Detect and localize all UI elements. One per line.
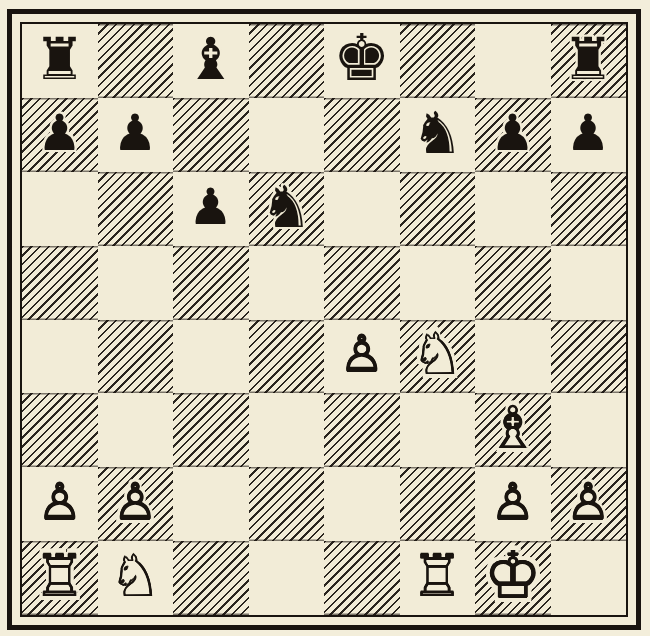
square-d2[interactable] (249, 467, 325, 541)
white-king-icon: ♔ (484, 544, 541, 608)
piece-black-pawn-g7: ♟ (475, 98, 551, 172)
piece-black-pawn-c6: ♟ (173, 172, 249, 246)
square-e7[interactable] (324, 98, 400, 172)
white-knight-icon: ♘ (411, 325, 463, 383)
square-b8[interactable] (98, 24, 174, 98)
square-h2[interactable]: ♟♙ (551, 467, 627, 541)
square-c4[interactable] (173, 320, 249, 394)
black-bishop-icon: ♝ (185, 30, 237, 88)
square-c1[interactable] (173, 541, 249, 615)
square-g8[interactable] (475, 24, 551, 98)
square-c3[interactable] (173, 393, 249, 467)
piece-white-rook-f1: ♜♖ (400, 541, 476, 615)
square-h6[interactable] (551, 172, 627, 246)
square-f1[interactable]: ♜♖ (400, 541, 476, 615)
square-d3[interactable] (249, 393, 325, 467)
square-d1[interactable] (249, 541, 325, 615)
square-c8[interactable]: ♝ (173, 24, 249, 98)
square-g4[interactable] (475, 320, 551, 394)
piece-black-bishop-c8: ♝ (173, 24, 249, 98)
square-a3[interactable] (22, 393, 98, 467)
piece-white-rook-a1: ♜♖ (22, 541, 98, 615)
square-a2[interactable]: ♟♙ (22, 467, 98, 541)
square-f5[interactable] (400, 246, 476, 320)
white-pawn-icon: ♙ (339, 329, 384, 379)
square-c5[interactable] (173, 246, 249, 320)
white-knight-icon: ♘ (109, 547, 161, 605)
square-f8[interactable] (400, 24, 476, 98)
black-pawn-icon: ♟ (490, 108, 535, 158)
square-e1[interactable] (324, 541, 400, 615)
piece-white-pawn-h2: ♟♙ (551, 467, 627, 541)
square-a5[interactable] (22, 246, 98, 320)
book-page: ♜♝♚♜♟♟♞♟♟♟♞♟♙♞♘♝♗♟♙♟♙♟♙♟♙♜♖♞♘♜♖♚♔ (0, 0, 650, 636)
square-h7[interactable]: ♟ (551, 98, 627, 172)
square-h4[interactable] (551, 320, 627, 394)
square-a6[interactable] (22, 172, 98, 246)
piece-white-pawn-g2: ♟♙ (475, 467, 551, 541)
square-h1[interactable] (551, 541, 627, 615)
square-f4[interactable]: ♞♘ (400, 320, 476, 394)
white-rook-icon: ♖ (34, 547, 86, 605)
square-d8[interactable] (249, 24, 325, 98)
black-knight-icon: ♞ (411, 103, 463, 161)
square-a7[interactable]: ♟ (22, 98, 98, 172)
piece-white-bishop-g3: ♝♗ (475, 393, 551, 467)
piece-white-knight-f4: ♞♘ (400, 320, 476, 394)
black-knight-icon: ♞ (260, 177, 312, 235)
square-f6[interactable] (400, 172, 476, 246)
black-pawn-icon: ♟ (113, 108, 158, 158)
square-a4[interactable] (22, 320, 98, 394)
square-c7[interactable] (173, 98, 249, 172)
piece-white-pawn-e4: ♟♙ (324, 320, 400, 394)
white-pawn-icon: ♙ (113, 477, 158, 527)
square-g7[interactable]: ♟ (475, 98, 551, 172)
square-f7[interactable]: ♞ (400, 98, 476, 172)
square-c6[interactable]: ♟ (173, 172, 249, 246)
square-b4[interactable] (98, 320, 174, 394)
black-pawn-icon: ♟ (566, 108, 611, 158)
square-g6[interactable] (475, 172, 551, 246)
diagram-outer-frame: ♜♝♚♜♟♟♞♟♟♟♞♟♙♞♘♝♗♟♙♟♙♟♙♟♙♜♖♞♘♜♖♚♔ (7, 9, 641, 630)
piece-white-king-g1: ♚♔ (475, 541, 551, 615)
piece-white-knight-b1: ♞♘ (98, 541, 174, 615)
square-g3[interactable]: ♝♗ (475, 393, 551, 467)
square-h8[interactable]: ♜ (551, 24, 627, 98)
chess-board: ♜♝♚♜♟♟♞♟♟♟♞♟♙♞♘♝♗♟♙♟♙♟♙♟♙♜♖♞♘♜♖♚♔ (20, 22, 628, 617)
piece-white-pawn-b2: ♟♙ (98, 467, 174, 541)
black-king-icon: ♚ (333, 26, 390, 90)
black-pawn-icon: ♟ (188, 182, 233, 232)
square-b1[interactable]: ♞♘ (98, 541, 174, 615)
piece-black-rook-a8: ♜ (22, 24, 98, 98)
white-pawn-icon: ♙ (490, 477, 535, 527)
square-d7[interactable] (249, 98, 325, 172)
square-h3[interactable] (551, 393, 627, 467)
piece-black-rook-h8: ♜ (551, 24, 627, 98)
square-f3[interactable] (400, 393, 476, 467)
piece-black-knight-f7: ♞ (400, 98, 476, 172)
black-rook-icon: ♜ (562, 30, 614, 88)
square-a8[interactable]: ♜ (22, 24, 98, 98)
piece-white-pawn-a2: ♟♙ (22, 467, 98, 541)
white-pawn-icon: ♙ (37, 477, 82, 527)
square-b3[interactable] (98, 393, 174, 467)
square-e6[interactable] (324, 172, 400, 246)
square-f2[interactable] (400, 467, 476, 541)
piece-black-knight-d6: ♞ (249, 172, 325, 246)
square-d5[interactable] (249, 246, 325, 320)
square-e4[interactable]: ♟♙ (324, 320, 400, 394)
black-pawn-icon: ♟ (37, 108, 82, 158)
square-g5[interactable] (475, 246, 551, 320)
square-b7[interactable]: ♟ (98, 98, 174, 172)
square-a1[interactable]: ♜♖ (22, 541, 98, 615)
square-d6[interactable]: ♞ (249, 172, 325, 246)
square-b5[interactable] (98, 246, 174, 320)
square-g1[interactable]: ♚♔ (475, 541, 551, 615)
square-c2[interactable] (173, 467, 249, 541)
white-pawn-icon: ♙ (566, 477, 611, 527)
black-rook-icon: ♜ (34, 30, 86, 88)
piece-black-pawn-b7: ♟ (98, 98, 174, 172)
square-b6[interactable] (98, 172, 174, 246)
square-e3[interactable] (324, 393, 400, 467)
square-g2[interactable]: ♟♙ (475, 467, 551, 541)
square-e8[interactable]: ♚ (324, 24, 400, 98)
piece-black-king-e8: ♚ (324, 24, 400, 98)
piece-black-pawn-h7: ♟ (551, 98, 627, 172)
square-e2[interactable] (324, 467, 400, 541)
white-bishop-icon: ♗ (487, 399, 539, 457)
square-h5[interactable] (551, 246, 627, 320)
piece-black-pawn-a7: ♟ (22, 98, 98, 172)
square-d4[interactable] (249, 320, 325, 394)
square-e5[interactable] (324, 246, 400, 320)
square-b2[interactable]: ♟♙ (98, 467, 174, 541)
white-rook-icon: ♖ (411, 547, 463, 605)
